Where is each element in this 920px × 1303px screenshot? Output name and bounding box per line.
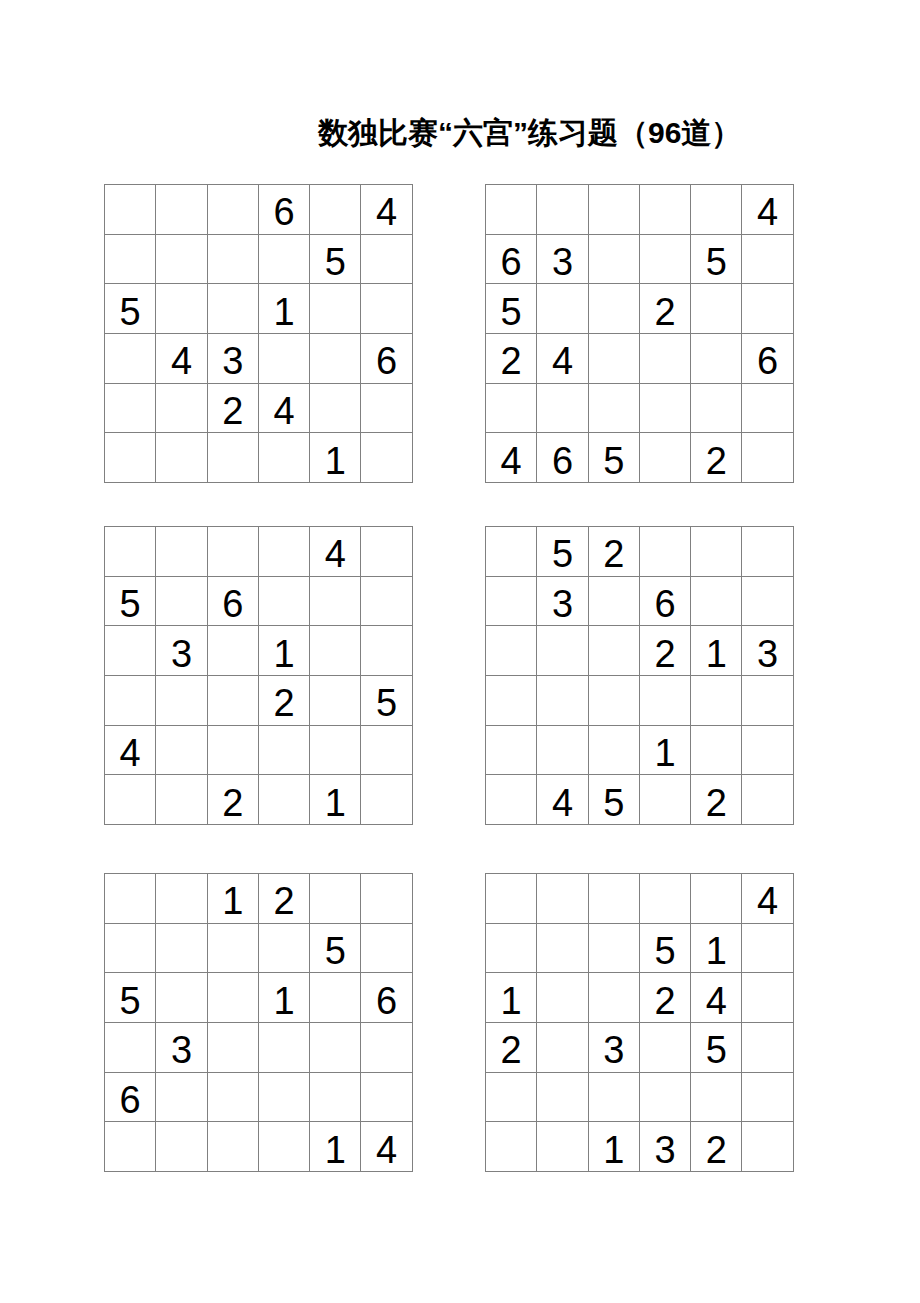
puzzle-3-cell-r6c2[interactable] [156, 775, 207, 825]
puzzle-6-cell-r5c4[interactable] [640, 1073, 691, 1123]
puzzle-1-cell-r4c4[interactable] [259, 334, 310, 384]
puzzle-4-cell-r5c2[interactable] [537, 726, 588, 776]
given-digit: 6 [376, 342, 397, 380]
puzzle-2-cell-r5c6[interactable] [742, 384, 793, 434]
puzzle-4-cell-r5c5[interactable] [691, 726, 742, 776]
puzzle-5-cell-r3c2[interactable] [156, 973, 207, 1023]
puzzle-2-cell-r2c6[interactable] [742, 235, 793, 285]
puzzle-5-cell-r4c2: 3 [156, 1023, 207, 1073]
given-digit: 1 [325, 442, 346, 480]
given-digit: 5 [120, 585, 141, 623]
puzzle-4-cell-r1c5[interactable] [691, 527, 742, 577]
puzzle-1-cell-r4c5[interactable] [310, 334, 361, 384]
puzzle-5-cell-r4c3[interactable] [208, 1023, 259, 1073]
puzzle-3-cell-r1c5: 4 [310, 527, 361, 577]
given-digit: 6 [654, 585, 675, 623]
puzzle-6-cell-r5c2[interactable] [537, 1073, 588, 1123]
given-digit: 2 [222, 784, 243, 822]
puzzle-5-cell-r5c1: 6 [105, 1073, 156, 1123]
puzzle-5-cell-r2c5: 5 [310, 924, 361, 974]
puzzle-5-cell-r5c2[interactable] [156, 1073, 207, 1123]
puzzle-6-cell-r4c2[interactable] [537, 1023, 588, 1073]
puzzle-6-cell-r6c6[interactable] [742, 1122, 793, 1172]
puzzle-5-cell-r5c3[interactable] [208, 1073, 259, 1123]
puzzle-4-cell-r2c6[interactable] [742, 577, 793, 627]
given-digit: 6 [222, 585, 243, 623]
puzzle-4-cell-r3c4: 2 [640, 626, 691, 676]
puzzle-3-cell-r4c1[interactable] [105, 676, 156, 726]
puzzle-6-cell-r6c1[interactable] [486, 1122, 537, 1172]
puzzle-2-cell-r3c1: 5 [486, 284, 537, 334]
puzzle-3-cell-r4c5[interactable] [310, 676, 361, 726]
puzzle-2-cell-r1c5[interactable] [691, 185, 742, 235]
puzzle-1-cell-r3c6[interactable] [361, 284, 412, 334]
given-digit: 5 [654, 932, 675, 970]
given-digit: 6 [120, 1081, 141, 1119]
puzzle-2-cell-r1c1[interactable] [486, 185, 537, 235]
given-digit: 1 [501, 982, 522, 1020]
given-digit: 4 [501, 442, 522, 480]
puzzle-2-cell-r6c4[interactable] [640, 433, 691, 483]
puzzle-1-cell-r6c1[interactable] [105, 433, 156, 483]
puzzle-4-cell-r3c5: 1 [691, 626, 742, 676]
puzzle-5-cell-r1c3: 1 [208, 874, 259, 924]
puzzle-5-cell-r2c1[interactable] [105, 924, 156, 974]
puzzle-2-cell-r6c3: 5 [589, 433, 640, 483]
puzzle-2-cell-r3c2[interactable] [537, 284, 588, 334]
puzzle-4-cell-r4c5[interactable] [691, 676, 742, 726]
puzzle-2-cell-r5c2[interactable] [537, 384, 588, 434]
given-digit: 5 [325, 243, 346, 281]
puzzle-3-cell-r2c1: 5 [105, 577, 156, 627]
puzzle-3-cell-r1c2[interactable] [156, 527, 207, 577]
puzzle-6-cell-r2c4: 5 [640, 924, 691, 974]
puzzle-1-cell-r5c5[interactable] [310, 384, 361, 434]
page-title: 数独比赛“六宫”练习题（96道） [318, 114, 741, 152]
puzzle-5-cell-r2c3[interactable] [208, 924, 259, 974]
puzzle-4-cell-r6c6[interactable] [742, 775, 793, 825]
puzzle-1-cell-r1c2[interactable] [156, 185, 207, 235]
given-digit: 4 [120, 734, 141, 772]
puzzle-3-cell-r1c6[interactable] [361, 527, 412, 577]
given-digit: 1 [654, 734, 675, 772]
puzzle-5-cell-r6c6: 4 [361, 1122, 412, 1172]
given-digit: 1 [273, 635, 294, 673]
puzzle-3-cell-r2c6[interactable] [361, 577, 412, 627]
puzzle-4-cell-r6c4[interactable] [640, 775, 691, 825]
puzzle-5-cell-r4c1[interactable] [105, 1023, 156, 1073]
puzzle-3-cell-r3c6[interactable] [361, 626, 412, 676]
given-digit: 1 [273, 293, 294, 331]
given-digit: 5 [120, 982, 141, 1020]
puzzle-1-cell-r3c4: 1 [259, 284, 310, 334]
puzzle-3-cell-r2c5[interactable] [310, 577, 361, 627]
given-digit: 4 [552, 342, 573, 380]
given-digit: 5 [552, 535, 573, 573]
puzzle-4-cell-r6c5: 2 [691, 775, 742, 825]
puzzle-2-cell-r4c3[interactable] [589, 334, 640, 384]
given-digit: 1 [603, 1131, 624, 1169]
puzzle-5-cell-r4c4[interactable] [259, 1023, 310, 1073]
puzzle-2-cell-r2c1: 6 [486, 235, 537, 285]
given-digit: 6 [501, 243, 522, 281]
puzzle-2-cell-r6c6[interactable] [742, 433, 793, 483]
puzzle-4-cell-r2c2: 3 [537, 577, 588, 627]
given-digit: 2 [222, 392, 243, 430]
puzzle-5-cell-r6c3[interactable] [208, 1122, 259, 1172]
given-digit: 3 [552, 243, 573, 281]
puzzle-2-cell-r3c3[interactable] [589, 284, 640, 334]
puzzle-3-cell-r6c5: 1 [310, 775, 361, 825]
puzzle-5-cell-r6c4[interactable] [259, 1122, 310, 1172]
puzzle-1-cell-r2c1[interactable] [105, 235, 156, 285]
puzzle-4-cell-r5c6[interactable] [742, 726, 793, 776]
given-digit: 4 [376, 193, 397, 231]
puzzle-6-cell-r5c6[interactable] [742, 1073, 793, 1123]
puzzle-5-cell-r6c2[interactable] [156, 1122, 207, 1172]
puzzle-2-cell-r6c2: 6 [537, 433, 588, 483]
puzzle-1-cell-r5c2[interactable] [156, 384, 207, 434]
puzzle-6-cell-r5c1[interactable] [486, 1073, 537, 1123]
puzzle-4-cell-r6c1[interactable] [486, 775, 537, 825]
given-digit: 5 [501, 293, 522, 331]
puzzle-6-cell-r4c1: 2 [486, 1023, 537, 1073]
puzzle-5-cell-r3c4: 1 [259, 973, 310, 1023]
puzzle-6-cell-r3c4: 2 [640, 973, 691, 1023]
puzzle-2-cell-r4c1: 2 [486, 334, 537, 384]
puzzle-4-cell-r3c3[interactable] [589, 626, 640, 676]
puzzle-6-cell-r3c2[interactable] [537, 973, 588, 1023]
puzzle-5-cell-r5c4[interactable] [259, 1073, 310, 1123]
puzzle-6-cell-r3c1: 1 [486, 973, 537, 1023]
puzzle-6-cell-r1c4[interactable] [640, 874, 691, 924]
puzzle-1-cell-r3c5[interactable] [310, 284, 361, 334]
sudoku-grid-4: 52362131452 [485, 526, 794, 825]
puzzle-3-cell-r3c3[interactable] [208, 626, 259, 676]
given-digit: 2 [706, 784, 727, 822]
given-digit: 5 [325, 932, 346, 970]
puzzle-5-cell-r4c5[interactable] [310, 1023, 361, 1073]
puzzle-4-cell-r1c1[interactable] [486, 527, 537, 577]
given-digit: 3 [171, 1031, 192, 1069]
puzzle-3-cell-r2c2[interactable] [156, 577, 207, 627]
puzzle-3-cell-r5c6[interactable] [361, 726, 412, 776]
puzzle-5-cell-r2c2[interactable] [156, 924, 207, 974]
puzzle-1-cell-r4c2: 4 [156, 334, 207, 384]
puzzle-2-cell-r2c3[interactable] [589, 235, 640, 285]
puzzle-1-cell-r3c1: 5 [105, 284, 156, 334]
puzzle-6-cell-r4c5: 5 [691, 1023, 742, 1073]
puzzle-5-cell-r1c2[interactable] [156, 874, 207, 924]
puzzle-4-cell-r5c4: 1 [640, 726, 691, 776]
given-digit: 5 [603, 784, 624, 822]
puzzle-5-cell-r6c5: 1 [310, 1122, 361, 1172]
puzzle-1-cell-r1c6: 4 [361, 185, 412, 235]
given-digit: 4 [757, 193, 778, 231]
puzzle-5-cell-r1c6[interactable] [361, 874, 412, 924]
puzzle-1-cell-r6c5: 1 [310, 433, 361, 483]
puzzle-2-cell-r4c5[interactable] [691, 334, 742, 384]
puzzle-2-cell-r2c5: 5 [691, 235, 742, 285]
puzzle-1-cell-r5c6[interactable] [361, 384, 412, 434]
puzzle-1-cell-r5c3: 2 [208, 384, 259, 434]
given-digit: 3 [654, 1131, 675, 1169]
given-digit: 6 [273, 193, 294, 231]
given-digit: 5 [706, 243, 727, 281]
puzzle-4-cell-r3c2[interactable] [537, 626, 588, 676]
puzzle-1-cell-r6c2[interactable] [156, 433, 207, 483]
given-digit: 5 [376, 684, 397, 722]
puzzle-3-cell-r6c6[interactable] [361, 775, 412, 825]
given-digit: 4 [325, 535, 346, 573]
given-digit: 4 [552, 784, 573, 822]
given-digit: 2 [654, 293, 675, 331]
given-digit: 1 [325, 1131, 346, 1169]
puzzle-4-cell-r2c5[interactable] [691, 577, 742, 627]
puzzle-3-cell-r5c2[interactable] [156, 726, 207, 776]
puzzle-5-cell-r3c3[interactable] [208, 973, 259, 1023]
puzzle-2-cell-r4c4[interactable] [640, 334, 691, 384]
puzzle-4-cell-r2c4: 6 [640, 577, 691, 627]
puzzle-3-cell-r4c6: 5 [361, 676, 412, 726]
puzzle-4-cell-r6c3: 5 [589, 775, 640, 825]
puzzle-6-cell-r6c3: 1 [589, 1122, 640, 1172]
puzzle-6-cell-r1c3[interactable] [589, 874, 640, 924]
puzzle-4-cell-r1c6[interactable] [742, 527, 793, 577]
puzzle-3-cell-r6c3: 2 [208, 775, 259, 825]
puzzle-6-cell-r6c5: 2 [691, 1122, 742, 1172]
puzzle-6-cell-r4c4[interactable] [640, 1023, 691, 1073]
puzzle-5-cell-r1c1[interactable] [105, 874, 156, 924]
puzzle-4-cell-r4c6[interactable] [742, 676, 793, 726]
puzzle-6-cell-r5c5[interactable] [691, 1073, 742, 1123]
given-digit: 2 [706, 442, 727, 480]
puzzle-1-cell-r1c1[interactable] [105, 185, 156, 235]
given-digit: 5 [120, 293, 141, 331]
given-digit: 1 [273, 982, 294, 1020]
puzzle-3-cell-r5c1: 4 [105, 726, 156, 776]
puzzle-4-cell-r4c4[interactable] [640, 676, 691, 726]
puzzle-5-cell-r5c6[interactable] [361, 1073, 412, 1123]
puzzle-4-cell-r5c3[interactable] [589, 726, 640, 776]
puzzle-6-cell-r5c3[interactable] [589, 1073, 640, 1123]
puzzle-2-cell-r3c4: 2 [640, 284, 691, 334]
sudoku-grid-2: 4635522464652 [485, 184, 794, 483]
puzzle-2-cell-r5c3[interactable] [589, 384, 640, 434]
given-digit: 3 [552, 585, 573, 623]
given-digit: 4 [273, 392, 294, 430]
given-digit: 1 [222, 882, 243, 920]
puzzle-6-cell-r3c3[interactable] [589, 973, 640, 1023]
puzzle-1-cell-r4c3: 3 [208, 334, 259, 384]
puzzle-4-cell-r2c3[interactable] [589, 577, 640, 627]
given-digit: 1 [706, 635, 727, 673]
puzzle-2-cell-r1c6: 4 [742, 185, 793, 235]
given-digit: 5 [706, 1031, 727, 1069]
puzzle-1-cell-r5c1[interactable] [105, 384, 156, 434]
puzzle-3-cell-r3c2: 3 [156, 626, 207, 676]
puzzle-4-cell-r4c1[interactable] [486, 676, 537, 726]
puzzle-5-cell-r3c6: 6 [361, 973, 412, 1023]
given-digit: 1 [325, 784, 346, 822]
puzzle-1-cell-r2c5: 5 [310, 235, 361, 285]
puzzle-6-cell-r2c1[interactable] [486, 924, 537, 974]
puzzle-2-cell-r6c1: 4 [486, 433, 537, 483]
puzzle-4-cell-r3c6: 3 [742, 626, 793, 676]
puzzle-3-cell-r5c4[interactable] [259, 726, 310, 776]
given-digit: 2 [603, 535, 624, 573]
puzzle-2-cell-r3c6[interactable] [742, 284, 793, 334]
sudoku-grid-5: 1255163614 [104, 873, 413, 1172]
puzzle-6-cell-r1c2[interactable] [537, 874, 588, 924]
puzzle-3-cell-r2c4[interactable] [259, 577, 310, 627]
puzzle-2-cell-r4c6: 6 [742, 334, 793, 384]
puzzle-1-cell-r1c5[interactable] [310, 185, 361, 235]
puzzle-6-cell-r4c3: 3 [589, 1023, 640, 1073]
puzzle-2-cell-r4c2: 4 [537, 334, 588, 384]
puzzle-6-cell-r6c4: 3 [640, 1122, 691, 1172]
given-digit: 3 [603, 1031, 624, 1069]
puzzle-2-cell-r1c4[interactable] [640, 185, 691, 235]
puzzle-3-cell-r4c2[interactable] [156, 676, 207, 726]
puzzle-4-cell-r1c3: 2 [589, 527, 640, 577]
puzzle-5-cell-r3c1: 5 [105, 973, 156, 1023]
given-digit: 6 [757, 342, 778, 380]
given-digit: 4 [757, 882, 778, 920]
puzzle-4-cell-r4c3[interactable] [589, 676, 640, 726]
puzzle-6-cell-r1c5[interactable] [691, 874, 742, 924]
puzzle-4-cell-r1c4[interactable] [640, 527, 691, 577]
puzzle-6-cell-r6c2[interactable] [537, 1122, 588, 1172]
puzzle-3-cell-r2c3: 6 [208, 577, 259, 627]
puzzle-4-cell-r1c2: 5 [537, 527, 588, 577]
puzzle-2-cell-r5c1[interactable] [486, 384, 537, 434]
puzzle-3-cell-r4c4: 2 [259, 676, 310, 726]
puzzle-6-cell-r1c6: 4 [742, 874, 793, 924]
puzzle-3-cell-r6c4[interactable] [259, 775, 310, 825]
puzzle-1-cell-r3c2[interactable] [156, 284, 207, 334]
puzzle-5-cell-r2c4[interactable] [259, 924, 310, 974]
puzzle-3-cell-r3c5[interactable] [310, 626, 361, 676]
puzzle-3-cell-r1c4[interactable] [259, 527, 310, 577]
puzzle-3-cell-r5c5[interactable] [310, 726, 361, 776]
puzzle-5-cell-r1c4: 2 [259, 874, 310, 924]
puzzle-1-cell-r2c3[interactable] [208, 235, 259, 285]
puzzle-1-cell-r6c4[interactable] [259, 433, 310, 483]
puzzle-2-cell-r6c5: 2 [691, 433, 742, 483]
given-digit: 1 [706, 932, 727, 970]
puzzle-1-cell-r1c3[interactable] [208, 185, 259, 235]
puzzle-4-cell-r6c2: 4 [537, 775, 588, 825]
given-digit: 6 [552, 442, 573, 480]
given-digit: 4 [171, 342, 192, 380]
given-digit: 4 [376, 1131, 397, 1169]
puzzle-1-cell-r2c6[interactable] [361, 235, 412, 285]
puzzle-1-cell-r1c4: 6 [259, 185, 310, 235]
puzzle-2-cell-r1c2[interactable] [537, 185, 588, 235]
given-digit: 4 [706, 982, 727, 1020]
puzzle-3-cell-r3c4: 1 [259, 626, 310, 676]
puzzle-6-cell-r2c3[interactable] [589, 924, 640, 974]
puzzle-2-cell-r2c2: 3 [537, 235, 588, 285]
puzzle-1-cell-r3c3[interactable] [208, 284, 259, 334]
puzzle-5-cell-r5c5[interactable] [310, 1073, 361, 1123]
given-digit: 2 [501, 1031, 522, 1069]
given-digit: 3 [757, 635, 778, 673]
puzzle-2-cell-r5c5[interactable] [691, 384, 742, 434]
puzzle-1-cell-r4c1[interactable] [105, 334, 156, 384]
sudoku-grid-1: 64551436241 [104, 184, 413, 483]
puzzle-6-cell-r4c6[interactable] [742, 1023, 793, 1073]
puzzle-3-cell-r5c3[interactable] [208, 726, 259, 776]
puzzle-5-cell-r6c1[interactable] [105, 1122, 156, 1172]
puzzle-3-cell-r6c1[interactable] [105, 775, 156, 825]
puzzle-2-cell-r3c5[interactable] [691, 284, 742, 334]
sudoku-grid-3: 4563125421 [104, 526, 413, 825]
puzzle-5-cell-r1c5[interactable] [310, 874, 361, 924]
puzzle-4-cell-r5c1[interactable] [486, 726, 537, 776]
puzzle-5-cell-r3c5[interactable] [310, 973, 361, 1023]
puzzle-6-cell-r2c2[interactable] [537, 924, 588, 974]
puzzle-4-cell-r3c1[interactable] [486, 626, 537, 676]
sudoku-grid-6: 451124235132 [485, 873, 794, 1172]
puzzle-6-cell-r3c5: 4 [691, 973, 742, 1023]
sudoku-worksheet-page: 数独比赛“六宫”练习题（96道） 64551436241 46355224646… [0, 0, 920, 1303]
given-digit: 2 [273, 684, 294, 722]
puzzle-1-cell-r5c4: 4 [259, 384, 310, 434]
given-digit: 2 [654, 635, 675, 673]
given-digit: 5 [603, 442, 624, 480]
puzzle-3-cell-r4c3[interactable] [208, 676, 259, 726]
puzzle-3-cell-r1c3[interactable] [208, 527, 259, 577]
given-digit: 6 [376, 982, 397, 1020]
puzzle-5-cell-r4c6[interactable] [361, 1023, 412, 1073]
puzzle-3-cell-r1c1[interactable] [105, 527, 156, 577]
given-digit: 3 [171, 635, 192, 673]
given-digit: 2 [273, 882, 294, 920]
puzzle-3-cell-r3c1[interactable] [105, 626, 156, 676]
given-digit: 2 [706, 1131, 727, 1169]
puzzle-2-cell-r2c4[interactable] [640, 235, 691, 285]
puzzle-2-cell-r5c4[interactable] [640, 384, 691, 434]
puzzle-6-cell-r2c6[interactable] [742, 924, 793, 974]
puzzle-1-cell-r6c6[interactable] [361, 433, 412, 483]
puzzle-1-cell-r4c6: 6 [361, 334, 412, 384]
puzzle-6-cell-r2c5: 1 [691, 924, 742, 974]
puzzle-2-cell-r1c3[interactable] [589, 185, 640, 235]
puzzle-4-cell-r2c1[interactable] [486, 577, 537, 627]
given-digit: 2 [501, 342, 522, 380]
puzzle-1-cell-r6c3[interactable] [208, 433, 259, 483]
puzzle-4-cell-r4c2[interactable] [537, 676, 588, 726]
puzzle-1-cell-r2c4[interactable] [259, 235, 310, 285]
given-digit: 3 [222, 342, 243, 380]
puzzle-6-cell-r1c1[interactable] [486, 874, 537, 924]
given-digit: 2 [654, 982, 675, 1020]
puzzle-6-cell-r3c6[interactable] [742, 973, 793, 1023]
puzzle-1-cell-r2c2[interactable] [156, 235, 207, 285]
puzzle-5-cell-r2c6[interactable] [361, 924, 412, 974]
